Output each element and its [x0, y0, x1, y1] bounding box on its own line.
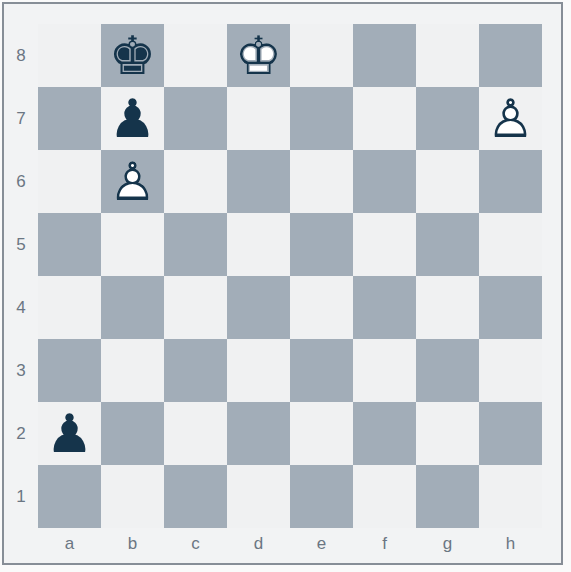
file-label-g: g: [416, 528, 479, 562]
square-b5[interactable]: [101, 213, 164, 276]
square-h7[interactable]: ♟♙: [479, 87, 542, 150]
square-e4[interactable]: [290, 276, 353, 339]
square-a7[interactable]: [38, 87, 101, 150]
chess-board: ♚♚♔♟♟♙♟♙♟: [38, 24, 542, 528]
square-e7[interactable]: [290, 87, 353, 150]
square-b6[interactable]: ♟♙: [101, 150, 164, 213]
square-g2[interactable]: [416, 402, 479, 465]
square-e6[interactable]: [290, 150, 353, 213]
square-d6[interactable]: [227, 150, 290, 213]
file-label-d: d: [227, 528, 290, 562]
piece-solid-glyph: ♟: [38, 402, 101, 465]
square-d2[interactable]: [227, 402, 290, 465]
square-c3[interactable]: [164, 339, 227, 402]
piece-white-king[interactable]: ♚♔: [227, 24, 290, 87]
file-label-c: c: [164, 528, 227, 562]
square-d3[interactable]: [227, 339, 290, 402]
square-d7[interactable]: [227, 87, 290, 150]
square-h3[interactable]: [479, 339, 542, 402]
file-label-e: e: [290, 528, 353, 562]
rank-label-3: 3: [4, 339, 38, 402]
square-e2[interactable]: [290, 402, 353, 465]
square-f7[interactable]: [353, 87, 416, 150]
rank-label-4: 4: [4, 276, 38, 339]
piece-solid-glyph: ♚: [101, 24, 164, 87]
square-a1[interactable]: [38, 465, 101, 528]
rank-label-8: 8: [4, 24, 38, 87]
square-e1[interactable]: [290, 465, 353, 528]
square-g3[interactable]: [416, 339, 479, 402]
square-f8[interactable]: [353, 24, 416, 87]
square-a8[interactable]: [38, 24, 101, 87]
square-a6[interactable]: [38, 150, 101, 213]
square-c5[interactable]: [164, 213, 227, 276]
square-c4[interactable]: [164, 276, 227, 339]
square-g4[interactable]: [416, 276, 479, 339]
square-g6[interactable]: [416, 150, 479, 213]
square-a4[interactable]: [38, 276, 101, 339]
piece-black-pawn[interactable]: ♟: [101, 87, 164, 150]
file-label-h: h: [479, 528, 542, 562]
square-f5[interactable]: [353, 213, 416, 276]
square-c2[interactable]: [164, 402, 227, 465]
square-d4[interactable]: [227, 276, 290, 339]
file-labels: abcdefgh: [38, 528, 542, 562]
square-g1[interactable]: [416, 465, 479, 528]
piece-outline-glyph: ♙: [101, 150, 164, 213]
square-d8[interactable]: ♚♔: [227, 24, 290, 87]
square-f1[interactable]: [353, 465, 416, 528]
square-h1[interactable]: [479, 465, 542, 528]
rank-labels: 87654321: [4, 24, 38, 528]
square-a5[interactable]: [38, 213, 101, 276]
square-c6[interactable]: [164, 150, 227, 213]
rank-label-7: 7: [4, 87, 38, 150]
piece-black-pawn[interactable]: ♟: [38, 402, 101, 465]
square-b1[interactable]: [101, 465, 164, 528]
rank-label-1: 1: [4, 465, 38, 528]
rank-label-6: 6: [4, 150, 38, 213]
rank-label-2: 2: [4, 402, 38, 465]
piece-outline-glyph: ♙: [479, 87, 542, 150]
square-f3[interactable]: [353, 339, 416, 402]
square-f6[interactable]: [353, 150, 416, 213]
file-label-a: a: [38, 528, 101, 562]
square-e3[interactable]: [290, 339, 353, 402]
square-h4[interactable]: [479, 276, 542, 339]
chess-board-panel: 87654321 ♚♚♔♟♟♙♟♙♟ abcdefgh: [2, 2, 563, 565]
piece-outline-glyph: ♔: [227, 24, 290, 87]
square-h5[interactable]: [479, 213, 542, 276]
file-label-b: b: [101, 528, 164, 562]
square-b3[interactable]: [101, 339, 164, 402]
square-g8[interactable]: [416, 24, 479, 87]
square-h8[interactable]: [479, 24, 542, 87]
piece-solid-glyph: ♟: [101, 87, 164, 150]
square-h2[interactable]: [479, 402, 542, 465]
square-c1[interactable]: [164, 465, 227, 528]
rank-label-5: 5: [4, 213, 38, 276]
square-b2[interactable]: [101, 402, 164, 465]
square-e5[interactable]: [290, 213, 353, 276]
square-b4[interactable]: [101, 276, 164, 339]
square-f4[interactable]: [353, 276, 416, 339]
square-g7[interactable]: [416, 87, 479, 150]
file-label-f: f: [353, 528, 416, 562]
piece-black-king[interactable]: ♚: [101, 24, 164, 87]
square-e8[interactable]: [290, 24, 353, 87]
piece-white-pawn[interactable]: ♟♙: [479, 87, 542, 150]
square-h6[interactable]: [479, 150, 542, 213]
square-b8[interactable]: ♚: [101, 24, 164, 87]
square-a2[interactable]: ♟: [38, 402, 101, 465]
board-area: 87654321 ♚♚♔♟♟♙♟♙♟ abcdefgh: [4, 24, 542, 562]
square-d5[interactable]: [227, 213, 290, 276]
square-g5[interactable]: [416, 213, 479, 276]
square-c7[interactable]: [164, 87, 227, 150]
piece-white-pawn[interactable]: ♟♙: [101, 150, 164, 213]
square-b7[interactable]: ♟: [101, 87, 164, 150]
square-d1[interactable]: [227, 465, 290, 528]
square-a3[interactable]: [38, 339, 101, 402]
square-c8[interactable]: [164, 24, 227, 87]
square-f2[interactable]: [353, 402, 416, 465]
